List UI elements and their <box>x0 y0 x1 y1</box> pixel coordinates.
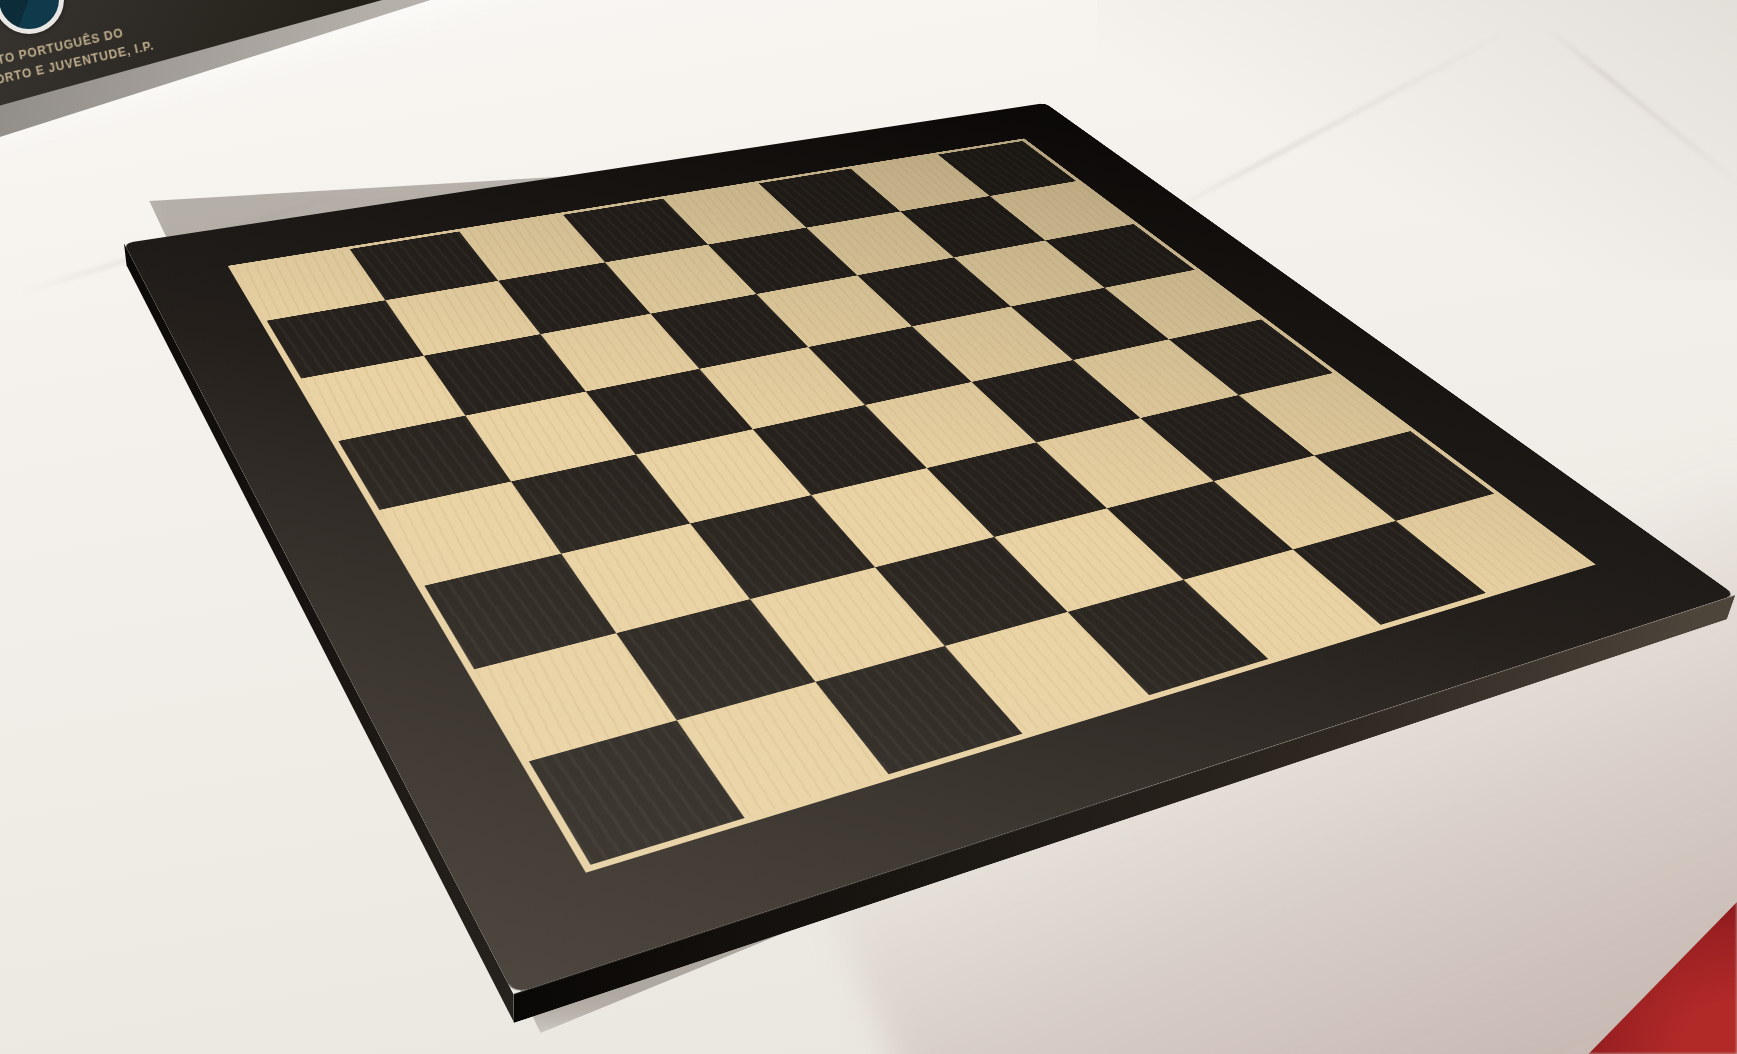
square-f2 <box>1106 481 1292 580</box>
square-b3 <box>561 523 749 632</box>
square-a1 <box>529 721 744 865</box>
square-g1 <box>1293 521 1486 625</box>
square-b4 <box>511 455 690 554</box>
scene: INSTITUTO PORTUGUÊS DO DESPORTO E JUVENT… <box>0 0 1737 1054</box>
square-d3 <box>811 468 994 567</box>
square-h1 <box>1396 494 1586 593</box>
square-g2 <box>1213 455 1396 549</box>
square-d4 <box>753 405 927 495</box>
square-c1 <box>815 646 1023 774</box>
square-b1 <box>677 682 888 818</box>
square-b5 <box>465 392 635 482</box>
square-c4 <box>635 429 811 523</box>
square-e1 <box>1068 580 1268 695</box>
square-d2 <box>875 537 1068 646</box>
square-f1 <box>1183 550 1380 659</box>
square-a6 <box>301 356 465 442</box>
square-a3 <box>424 554 615 669</box>
square-e3 <box>927 442 1107 536</box>
square-a4 <box>379 482 560 586</box>
square-b2 <box>616 599 815 721</box>
square-a2 <box>474 633 677 762</box>
square-a5 <box>338 416 510 510</box>
square-c2 <box>749 567 945 682</box>
square-e2 <box>994 508 1183 612</box>
square-c3 <box>690 495 876 599</box>
ipdj-circle-logo-icon <box>0 0 64 34</box>
square-d1 <box>945 612 1149 733</box>
